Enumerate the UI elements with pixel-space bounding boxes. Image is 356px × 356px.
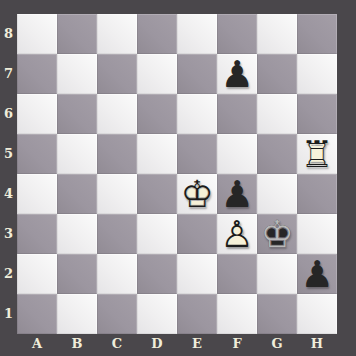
square-b3[interactable]: [57, 214, 97, 254]
square-h3[interactable]: [297, 214, 337, 254]
black-king[interactable]: ♚: [257, 214, 297, 254]
square-a7[interactable]: [17, 54, 57, 94]
rank-label-4: 4: [0, 174, 17, 214]
square-f5[interactable]: [217, 134, 257, 174]
square-e7[interactable]: [177, 54, 217, 94]
file-label-h: H: [297, 334, 337, 356]
square-g3[interactable]: ♚♔: [257, 214, 297, 254]
white-pawn[interactable]: ♟: [217, 214, 257, 254]
square-c6[interactable]: [97, 94, 137, 134]
square-d5[interactable]: [137, 134, 177, 174]
square-h2[interactable]: ♟: [297, 254, 337, 294]
square-b2[interactable]: [57, 254, 97, 294]
chess-board[interactable]: ♟♜♖♚♔♟♟♙♚♔♟: [17, 14, 337, 334]
square-e4[interactable]: ♚♔: [177, 174, 217, 214]
square-d6[interactable]: [137, 94, 177, 134]
rank-label-3: 3: [0, 214, 17, 254]
square-b1[interactable]: [57, 294, 97, 334]
square-d2[interactable]: [137, 254, 177, 294]
square-g4[interactable]: [257, 174, 297, 214]
file-label-a: A: [17, 334, 57, 356]
board-frame: 87654321 ♟♜♖♚♔♟♟♙♚♔♟ ABCDEFGH: [0, 0, 356, 356]
square-a4[interactable]: [17, 174, 57, 214]
black-pawn[interactable]: ♟: [297, 254, 337, 294]
square-b8[interactable]: [57, 14, 97, 54]
square-b7[interactable]: [57, 54, 97, 94]
white-rook-outline: ♖: [297, 134, 337, 174]
square-c2[interactable]: [97, 254, 137, 294]
square-h6[interactable]: [297, 94, 337, 134]
square-h4[interactable]: [297, 174, 337, 214]
square-a1[interactable]: [17, 294, 57, 334]
square-h5[interactable]: ♜♖: [297, 134, 337, 174]
square-f6[interactable]: [217, 94, 257, 134]
square-g1[interactable]: [257, 294, 297, 334]
file-labels: ABCDEFGH: [17, 334, 337, 356]
rank-label-7: 7: [0, 54, 17, 94]
square-h8[interactable]: [297, 14, 337, 54]
square-e1[interactable]: [177, 294, 217, 334]
square-d8[interactable]: [137, 14, 177, 54]
rank-label-5: 5: [0, 134, 17, 174]
file-label-b: B: [57, 334, 97, 356]
square-b5[interactable]: [57, 134, 97, 174]
rank-labels: 87654321: [0, 14, 17, 334]
square-c4[interactable]: [97, 174, 137, 214]
file-label-d: D: [137, 334, 177, 356]
square-h1[interactable]: [297, 294, 337, 334]
square-g6[interactable]: [257, 94, 297, 134]
square-c8[interactable]: [97, 14, 137, 54]
square-c7[interactable]: [97, 54, 137, 94]
square-g2[interactable]: [257, 254, 297, 294]
black-pawn[interactable]: ♟: [217, 174, 257, 214]
square-g7[interactable]: [257, 54, 297, 94]
square-a3[interactable]: [17, 214, 57, 254]
white-king-outline: ♔: [177, 174, 217, 214]
square-a5[interactable]: [17, 134, 57, 174]
square-c5[interactable]: [97, 134, 137, 174]
black-pawn[interactable]: ♟: [217, 54, 257, 94]
square-e3[interactable]: [177, 214, 217, 254]
square-a6[interactable]: [17, 94, 57, 134]
file-label-g: G: [257, 334, 297, 356]
file-label-e: E: [177, 334, 217, 356]
square-h7[interactable]: [297, 54, 337, 94]
square-f1[interactable]: [217, 294, 257, 334]
rank-label-6: 6: [0, 94, 17, 134]
rank-label-8: 8: [0, 14, 17, 54]
square-c1[interactable]: [97, 294, 137, 334]
square-d1[interactable]: [137, 294, 177, 334]
square-a8[interactable]: [17, 14, 57, 54]
square-f3[interactable]: ♟♙: [217, 214, 257, 254]
file-label-f: F: [217, 334, 257, 356]
square-d3[interactable]: [137, 214, 177, 254]
square-f7[interactable]: ♟: [217, 54, 257, 94]
square-e2[interactable]: [177, 254, 217, 294]
square-e8[interactable]: [177, 14, 217, 54]
white-rook[interactable]: ♜: [297, 134, 337, 174]
square-f2[interactable]: [217, 254, 257, 294]
square-c3[interactable]: [97, 214, 137, 254]
square-e6[interactable]: [177, 94, 217, 134]
square-f8[interactable]: [217, 14, 257, 54]
square-b6[interactable]: [57, 94, 97, 134]
square-d7[interactable]: [137, 54, 177, 94]
rank-label-2: 2: [0, 254, 17, 294]
rank-label-1: 1: [0, 294, 17, 334]
file-label-c: C: [97, 334, 137, 356]
square-b4[interactable]: [57, 174, 97, 214]
square-g8[interactable]: [257, 14, 297, 54]
square-d4[interactable]: [137, 174, 177, 214]
white-pawn-outline: ♙: [217, 214, 257, 254]
square-f4[interactable]: ♟: [217, 174, 257, 214]
square-g5[interactable]: [257, 134, 297, 174]
square-e5[interactable]: [177, 134, 217, 174]
square-a2[interactable]: [17, 254, 57, 294]
black-king-outline: ♔: [257, 214, 297, 254]
white-king[interactable]: ♚: [177, 174, 217, 214]
